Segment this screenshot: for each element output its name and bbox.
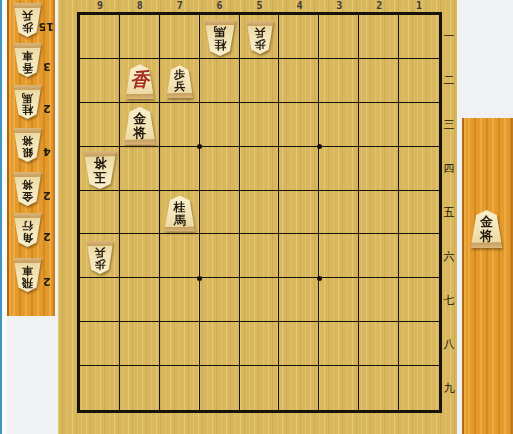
piece-kanji: 馬 <box>22 91 33 103</box>
board-cell-2b[interactable] <box>359 59 399 103</box>
piece-body: 桂馬 <box>204 20 236 56</box>
gote-hand-rook-count: 2 <box>40 275 54 288</box>
board-cell-9c[interactable] <box>80 103 120 147</box>
rank-label-1: 一 <box>441 15 457 59</box>
board-cell-8f[interactable] <box>120 234 160 278</box>
gote-hand-knight[interactable]: 桂馬 <box>13 85 42 119</box>
piece-kanji: 角 <box>22 231 33 243</box>
piece-body: 金将 <box>123 107 156 145</box>
gote-hand-silver[interactable]: 銀将 <box>13 128 42 162</box>
board-cell-5f[interactable] <box>240 234 280 278</box>
board-cell-7h[interactable] <box>160 322 200 366</box>
board-cell-1i[interactable] <box>399 366 439 410</box>
board-cell-8d[interactable] <box>120 147 160 191</box>
board-cell-6f[interactable] <box>200 234 240 278</box>
gote-hand-pawn[interactable]: 歩兵 <box>13 3 42 37</box>
board-cell-2c[interactable] <box>359 103 399 147</box>
shogi-piece-pawn-5a[interactable]: 歩兵 <box>246 21 274 54</box>
sente-captured-tray: 金将 <box>462 118 513 434</box>
piece-body: 銀将 <box>13 128 42 162</box>
rank-label-2: 二 <box>441 59 457 103</box>
piece-kanji: 将 <box>480 229 493 243</box>
board-cell-3d[interactable] <box>319 147 359 191</box>
piece-kanji: 金 <box>480 215 493 229</box>
piece-kanji: 兵 <box>94 246 105 258</box>
piece-kanji: 桂 <box>22 103 33 115</box>
piece-kanji: 金 <box>133 112 146 126</box>
rank-label-6: 六 <box>441 235 457 279</box>
shogi-piece-gold-8c[interactable]: 金将 <box>123 107 156 145</box>
shogi-piece-promoted-lance-8b[interactable]: 香 <box>125 64 155 99</box>
piece-body: 香車 <box>13 43 42 77</box>
piece-body: 桂馬 <box>164 196 196 232</box>
board-cell-3e[interactable] <box>319 191 359 235</box>
piece-kanji: 兵 <box>174 81 185 93</box>
board-cell-8h[interactable] <box>120 322 160 366</box>
piece-body: 金将 <box>13 172 42 206</box>
board-cell-9g[interactable] <box>80 278 120 322</box>
gote-hand-knight-count: 2 <box>40 102 54 115</box>
piece-kanji: 歩 <box>22 21 33 33</box>
piece-body: 角行 <box>13 213 42 247</box>
piece-kanji: 飛 <box>22 276 33 288</box>
piece-kanji: 将 <box>93 156 106 170</box>
board-cell-4b[interactable] <box>279 59 319 103</box>
board-cell-4i[interactable] <box>279 366 319 410</box>
gote-hand-bishop-count: 2 <box>40 230 54 243</box>
board-cell-4h[interactable] <box>279 322 319 366</box>
piece-kanji: 兵 <box>254 26 265 38</box>
board-cell-7c[interactable] <box>160 103 200 147</box>
board-cell-5c[interactable] <box>240 103 280 147</box>
board-cell-1h[interactable] <box>399 322 439 366</box>
file-label-8: 8 <box>120 0 160 10</box>
board-cell-9h[interactable] <box>80 322 120 366</box>
piece-body: 歩兵 <box>166 65 194 98</box>
board-cell-4g[interactable] <box>279 278 319 322</box>
piece-kanji: 行 <box>22 219 33 231</box>
gote-captured-tray: 歩兵15香車3桂馬2銀将4金将2角行2飛車2 <box>7 0 55 316</box>
file-label-4: 4 <box>280 0 320 10</box>
board-cell-4d[interactable] <box>279 147 319 191</box>
board-cell-2a[interactable] <box>359 15 399 59</box>
gote-hand-gold[interactable]: 金将 <box>13 172 42 206</box>
gote-hand-rook[interactable]: 飛車 <box>13 258 42 292</box>
shogi-piece-pawn-7b[interactable]: 歩兵 <box>166 65 194 98</box>
board-cell-4e[interactable] <box>279 191 319 235</box>
board-cell-9b[interactable] <box>80 59 120 103</box>
board-cell-9a[interactable] <box>80 15 120 59</box>
board-cell-7f[interactable] <box>160 234 200 278</box>
board-cell-6d[interactable] <box>200 147 240 191</box>
piece-kanji: 兵 <box>22 9 33 21</box>
piece-body: 歩兵 <box>86 241 114 274</box>
board-cell-1b[interactable] <box>399 59 439 103</box>
sente-hand-gold[interactable]: 金将 <box>470 210 503 248</box>
file-label-9: 9 <box>80 0 120 10</box>
board-cell-1f[interactable] <box>399 234 439 278</box>
board-cell-2d[interactable] <box>359 147 399 191</box>
board-cell-9e[interactable] <box>80 191 120 235</box>
board-cell-8g[interactable] <box>120 278 160 322</box>
piece-kanji: 銀 <box>22 146 33 158</box>
board-cell-9i[interactable] <box>80 366 120 410</box>
rank-label-3: 三 <box>441 103 457 147</box>
file-label-2: 2 <box>359 0 399 10</box>
board-cell-2g[interactable] <box>359 278 399 322</box>
file-label-1: 1 <box>399 0 439 10</box>
board-cell-6h[interactable] <box>200 322 240 366</box>
piece-body: 玉将 <box>83 151 117 189</box>
board-cell-5d[interactable] <box>240 147 280 191</box>
board-cell-7g[interactable] <box>160 278 200 322</box>
gote-hand-silver-count: 4 <box>40 145 54 158</box>
board-cell-2e[interactable] <box>359 191 399 235</box>
piece-kanji: 将 <box>22 134 33 146</box>
piece-kanji: 香 <box>130 69 149 90</box>
board-cell-6g[interactable] <box>200 278 240 322</box>
board-cell-6b[interactable] <box>200 59 240 103</box>
board-cell-6i[interactable] <box>200 366 240 410</box>
piece-kanji: 桂 <box>214 38 226 51</box>
piece-kanji: 歩 <box>94 258 105 270</box>
gote-hand-bishop[interactable]: 角行 <box>13 213 42 247</box>
board-cell-3h[interactable] <box>319 322 359 366</box>
board-cell-4c[interactable] <box>279 103 319 147</box>
piece-body: 金将 <box>470 210 503 248</box>
piece-body: 飛車 <box>13 258 42 292</box>
file-label-7: 7 <box>160 0 200 10</box>
board-cell-8e[interactable] <box>120 191 160 235</box>
shogi-board-panel: 987654321 一二三四五六七八九 桂馬歩兵香歩兵金将玉将桂馬歩兵 <box>58 0 457 434</box>
board-cell-7a[interactable] <box>160 15 200 59</box>
board-cell-1a[interactable] <box>399 15 439 59</box>
board-cell-3g[interactable] <box>319 278 359 322</box>
board-cell-5b[interactable] <box>240 59 280 103</box>
board-cell-5h[interactable] <box>240 322 280 366</box>
rank-label-4: 四 <box>441 147 457 191</box>
board-cell-7i[interactable] <box>160 366 200 410</box>
piece-body: 香 <box>125 64 155 99</box>
gote-hand-pawn-count: 15 <box>40 20 54 33</box>
gote-hand-lance-count: 3 <box>40 60 54 73</box>
board-cell-1d[interactable] <box>399 147 439 191</box>
gote-hand-lance[interactable]: 香車 <box>13 43 42 77</box>
shogi-piece-knight-7e[interactable]: 桂馬 <box>164 196 196 232</box>
rank-label-8: 八 <box>441 322 457 366</box>
rank-label-5: 五 <box>441 191 457 235</box>
board-cell-4f[interactable] <box>279 234 319 278</box>
piece-body: 桂馬 <box>13 85 42 119</box>
piece-kanji: 車 <box>22 264 33 276</box>
board-cell-6c[interactable] <box>200 103 240 147</box>
board-cell-2i[interactable] <box>359 366 399 410</box>
piece-body: 歩兵 <box>246 21 274 54</box>
board-cell-1c[interactable] <box>399 103 439 147</box>
board-cell-4a[interactable] <box>279 15 319 59</box>
board-cell-5e[interactable] <box>240 191 280 235</box>
piece-body: 歩兵 <box>13 3 42 37</box>
shogi-piece-pawn-9f[interactable]: 歩兵 <box>86 241 114 274</box>
board-cell-3i[interactable] <box>319 366 359 410</box>
board-cell-3b[interactable] <box>319 59 359 103</box>
board-cell-3a[interactable] <box>319 15 359 59</box>
board-cell-2h[interactable] <box>359 322 399 366</box>
shogi-piece-king-9d[interactable]: 玉将 <box>83 151 117 189</box>
piece-kanji: 馬 <box>174 214 186 227</box>
board-cell-8i[interactable] <box>120 366 160 410</box>
piece-kanji: 将 <box>133 126 146 140</box>
file-label-6: 6 <box>200 0 240 10</box>
board-cell-5g[interactable] <box>240 278 280 322</box>
board-cell-6e[interactable] <box>200 191 240 235</box>
piece-kanji: 金 <box>22 190 33 202</box>
piece-kanji: 香 <box>22 61 33 73</box>
rank-label-9: 九 <box>441 366 457 410</box>
board-cell-7d[interactable] <box>160 147 200 191</box>
board-cell-2f[interactable] <box>359 234 399 278</box>
piece-kanji: 歩 <box>254 38 265 50</box>
piece-kanji: 桂 <box>174 201 186 214</box>
shogi-piece-knight-6a[interactable]: 桂馬 <box>204 20 236 56</box>
piece-kanji: 玉 <box>93 170 106 184</box>
board-cell-3f[interactable] <box>319 234 359 278</box>
piece-kanji: 将 <box>22 178 33 190</box>
file-label-5: 5 <box>240 0 280 10</box>
star-point <box>317 276 322 281</box>
board-cell-8a[interactable] <box>120 15 160 59</box>
gote-hand-gold-count: 2 <box>40 189 54 202</box>
board-cell-5i[interactable] <box>240 366 280 410</box>
piece-kanji: 馬 <box>214 25 226 38</box>
rank-label-7: 七 <box>441 278 457 322</box>
file-label-3: 3 <box>319 0 359 10</box>
board-cell-3c[interactable] <box>319 103 359 147</box>
board-cell-1g[interactable] <box>399 278 439 322</box>
piece-kanji: 車 <box>22 49 33 61</box>
board-cell-1e[interactable] <box>399 191 439 235</box>
